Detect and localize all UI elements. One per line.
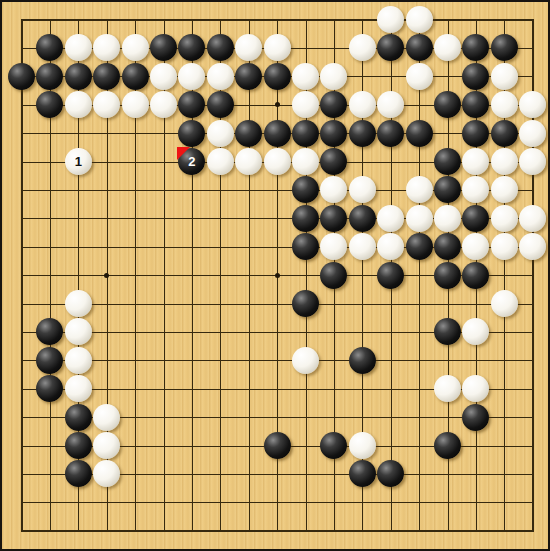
black-stone[interactable] — [377, 120, 404, 147]
white-stone[interactable] — [406, 63, 433, 90]
white-stone[interactable] — [349, 432, 376, 459]
black-stone[interactable] — [207, 34, 234, 61]
white-stone[interactable] — [292, 63, 319, 90]
white-stone[interactable] — [519, 148, 546, 175]
white-stone[interactable] — [207, 120, 234, 147]
black-stone[interactable] — [434, 262, 461, 289]
white-stone[interactable] — [93, 432, 120, 459]
white-stone[interactable] — [93, 404, 120, 431]
white-stone[interactable] — [178, 63, 205, 90]
black-stone[interactable] — [264, 120, 291, 147]
white-stone[interactable] — [519, 120, 546, 147]
black-stone[interactable] — [406, 34, 433, 61]
white-stone[interactable] — [207, 148, 234, 175]
black-stone[interactable] — [235, 120, 262, 147]
black-stone[interactable] — [462, 262, 489, 289]
black-stone[interactable] — [491, 120, 518, 147]
white-stone[interactable] — [122, 34, 149, 61]
white-stone[interactable] — [207, 63, 234, 90]
white-stone[interactable] — [264, 148, 291, 175]
black-stone[interactable] — [349, 347, 376, 374]
black-stone[interactable] — [462, 404, 489, 431]
black-stone[interactable] — [65, 432, 92, 459]
black-stone[interactable] — [178, 120, 205, 147]
black-stone[interactable] — [434, 233, 461, 260]
white-stone[interactable]: 1 — [65, 148, 92, 175]
white-stone[interactable] — [434, 375, 461, 402]
white-stone[interactable] — [349, 91, 376, 118]
black-stone[interactable] — [377, 262, 404, 289]
white-stone[interactable] — [150, 63, 177, 90]
black-stone[interactable] — [264, 432, 291, 459]
black-stone[interactable] — [8, 63, 35, 90]
white-stone[interactable] — [491, 63, 518, 90]
white-stone[interactable] — [65, 375, 92, 402]
black-stone[interactable] — [122, 63, 149, 90]
black-stone[interactable] — [462, 63, 489, 90]
black-stone[interactable] — [235, 63, 262, 90]
white-stone[interactable] — [65, 34, 92, 61]
black-stone[interactable] — [65, 63, 92, 90]
white-stone[interactable] — [65, 318, 92, 345]
white-stone[interactable] — [377, 6, 404, 33]
black-stone[interactable] — [292, 290, 319, 317]
black-stone[interactable] — [320, 120, 347, 147]
black-stone[interactable] — [462, 120, 489, 147]
white-stone[interactable] — [519, 233, 546, 260]
black-stone[interactable] — [93, 63, 120, 90]
white-stone[interactable] — [349, 176, 376, 203]
white-stone[interactable] — [491, 290, 518, 317]
white-stone[interactable] — [349, 233, 376, 260]
black-stone[interactable] — [65, 460, 92, 487]
white-stone[interactable] — [65, 290, 92, 317]
white-stone[interactable] — [150, 91, 177, 118]
white-stone[interactable] — [434, 205, 461, 232]
black-stone[interactable] — [406, 233, 433, 260]
black-stone[interactable] — [349, 460, 376, 487]
white-stone[interactable] — [65, 347, 92, 374]
black-stone[interactable] — [65, 404, 92, 431]
white-stone[interactable] — [264, 34, 291, 61]
last-move-marker — [177, 147, 190, 160]
black-stone[interactable] — [292, 233, 319, 260]
white-stone[interactable] — [406, 6, 433, 33]
white-stone[interactable] — [377, 205, 404, 232]
white-stone[interactable] — [406, 205, 433, 232]
black-stone[interactable] — [264, 63, 291, 90]
white-stone[interactable] — [122, 91, 149, 118]
black-stone[interactable] — [434, 148, 461, 175]
white-stone[interactable] — [491, 148, 518, 175]
go-board[interactable]: 12 — [0, 0, 550, 551]
white-stone[interactable] — [349, 34, 376, 61]
black-stone[interactable] — [349, 120, 376, 147]
move-number-label: 1 — [75, 155, 82, 168]
black-stone[interactable] — [462, 205, 489, 232]
star-point — [104, 273, 109, 278]
black-stone[interactable] — [320, 205, 347, 232]
black-stone[interactable] — [36, 347, 63, 374]
black-stone[interactable] — [349, 205, 376, 232]
black-stone[interactable] — [434, 91, 461, 118]
star-point — [275, 273, 280, 278]
white-stone[interactable] — [65, 91, 92, 118]
star-point — [275, 102, 280, 107]
white-stone[interactable] — [491, 176, 518, 203]
white-stone[interactable] — [292, 91, 319, 118]
black-stone[interactable] — [207, 91, 234, 118]
white-stone[interactable] — [235, 148, 262, 175]
black-stone[interactable] — [292, 205, 319, 232]
white-stone[interactable] — [292, 347, 319, 374]
black-stone[interactable] — [292, 120, 319, 147]
white-stone[interactable] — [519, 205, 546, 232]
white-stone[interactable] — [491, 91, 518, 118]
black-stone[interactable] — [434, 432, 461, 459]
white-stone[interactable] — [292, 148, 319, 175]
white-stone[interactable] — [491, 205, 518, 232]
white-stone[interactable] — [406, 176, 433, 203]
black-stone[interactable] — [491, 34, 518, 61]
white-stone[interactable] — [519, 91, 546, 118]
white-stone[interactable] — [320, 63, 347, 90]
black-stone[interactable] — [320, 262, 347, 289]
black-stone[interactable] — [36, 63, 63, 90]
white-stone[interactable] — [491, 233, 518, 260]
black-stone[interactable] — [406, 120, 433, 147]
